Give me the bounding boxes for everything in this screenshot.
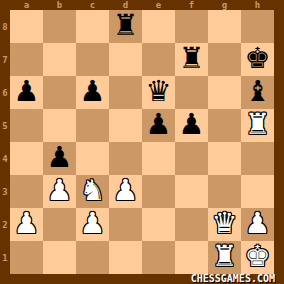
file-label-b: b [43, 0, 76, 10]
file-label-f: f [175, 0, 208, 10]
square-b2 [43, 208, 76, 241]
file-label-e: e [142, 0, 175, 10]
square-d8: ♜ [109, 10, 142, 43]
square-b8 [43, 10, 76, 43]
square-f1 [175, 241, 208, 274]
square-h2: ♟ [241, 208, 274, 241]
square-e6: ♛ [142, 76, 175, 109]
black-rook: ♜ [113, 11, 139, 40]
square-c6: ♟ [76, 76, 109, 109]
black-rook: ♜ [179, 44, 205, 73]
square-f6 [175, 76, 208, 109]
white-rook: ♜ [245, 110, 271, 139]
square-g3 [208, 175, 241, 208]
square-e3 [142, 175, 175, 208]
chess-board: ♜♜♚♟♟♛♝♟♟♜♟♟♞♟♟♟♛♟♜♚ [10, 10, 274, 274]
black-bishop: ♝ [245, 77, 271, 106]
square-b6 [43, 76, 76, 109]
rank-label-5: 5 [0, 109, 10, 142]
square-b5 [43, 109, 76, 142]
rank-label-4: 4 [0, 142, 10, 175]
square-d2 [109, 208, 142, 241]
rank-labels: 87654321 [0, 10, 10, 274]
square-b7 [43, 43, 76, 76]
rank-label-2: 2 [0, 208, 10, 241]
board-frame: abcdefgh 87654321 ♜♜♚♟♟♛♝♟♟♜♟♟♞♟♟♟♛♟♜♚ C… [0, 0, 284, 284]
site-watermark: CHESSGAMES.COM [191, 273, 275, 284]
white-pawn: ♟ [14, 209, 40, 238]
square-a4 [10, 142, 43, 175]
rank-label-3: 3 [0, 175, 10, 208]
black-king: ♚ [245, 44, 271, 73]
white-pawn: ♟ [245, 209, 271, 238]
square-g2: ♛ [208, 208, 241, 241]
file-label-c: c [76, 0, 109, 10]
square-a6: ♟ [10, 76, 43, 109]
white-pawn: ♟ [113, 176, 139, 205]
square-d7 [109, 43, 142, 76]
black-pawn: ♟ [146, 110, 172, 139]
file-labels: abcdefgh [10, 0, 274, 10]
square-e1 [142, 241, 175, 274]
black-pawn: ♟ [80, 77, 106, 106]
square-g8 [208, 10, 241, 43]
square-g1: ♜ [208, 241, 241, 274]
black-pawn: ♟ [14, 77, 40, 106]
square-h1: ♚ [241, 241, 274, 274]
square-d3: ♟ [109, 175, 142, 208]
square-h6: ♝ [241, 76, 274, 109]
square-f2 [175, 208, 208, 241]
white-king: ♚ [245, 242, 271, 271]
white-queen: ♛ [212, 209, 238, 238]
square-d1 [109, 241, 142, 274]
square-c8 [76, 10, 109, 43]
square-b1 [43, 241, 76, 274]
square-g6 [208, 76, 241, 109]
white-rook: ♜ [212, 242, 238, 271]
square-f3 [175, 175, 208, 208]
square-c5 [76, 109, 109, 142]
square-f7: ♜ [175, 43, 208, 76]
file-label-h: h [241, 0, 274, 10]
square-e2 [142, 208, 175, 241]
square-a5 [10, 109, 43, 142]
file-label-g: g [208, 0, 241, 10]
rank-label-1: 1 [0, 241, 10, 274]
square-d4 [109, 142, 142, 175]
square-c7 [76, 43, 109, 76]
square-e4 [142, 142, 175, 175]
square-h3 [241, 175, 274, 208]
square-g7 [208, 43, 241, 76]
square-f5: ♟ [175, 109, 208, 142]
square-f8 [175, 10, 208, 43]
square-b3: ♟ [43, 175, 76, 208]
square-b4: ♟ [43, 142, 76, 175]
square-e8 [142, 10, 175, 43]
square-a7 [10, 43, 43, 76]
square-h4 [241, 142, 274, 175]
square-h7: ♚ [241, 43, 274, 76]
black-pawn: ♟ [47, 143, 73, 172]
black-queen: ♛ [146, 77, 172, 106]
white-pawn: ♟ [47, 176, 73, 205]
rank-label-8: 8 [0, 10, 10, 43]
square-h5: ♜ [241, 109, 274, 142]
rank-label-6: 6 [0, 76, 10, 109]
file-label-a: a [10, 0, 43, 10]
square-g4 [208, 142, 241, 175]
square-h8 [241, 10, 274, 43]
square-c4 [76, 142, 109, 175]
square-a8 [10, 10, 43, 43]
white-knight: ♞ [80, 176, 106, 205]
square-c3: ♞ [76, 175, 109, 208]
square-c1 [76, 241, 109, 274]
rank-label-7: 7 [0, 43, 10, 76]
square-a2: ♟ [10, 208, 43, 241]
square-g5 [208, 109, 241, 142]
square-d6 [109, 76, 142, 109]
square-f4 [175, 142, 208, 175]
square-c2: ♟ [76, 208, 109, 241]
square-a1 [10, 241, 43, 274]
square-d5 [109, 109, 142, 142]
square-e7 [142, 43, 175, 76]
black-pawn: ♟ [179, 110, 205, 139]
square-e5: ♟ [142, 109, 175, 142]
square-a3 [10, 175, 43, 208]
white-pawn: ♟ [80, 209, 106, 238]
